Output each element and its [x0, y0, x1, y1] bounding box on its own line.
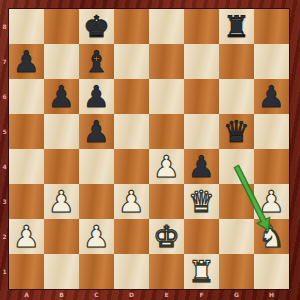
square-g5[interactable]: ♛ — [219, 114, 254, 149]
square-d3[interactable]: ♟ — [114, 184, 149, 219]
file-label-a: a — [9, 289, 44, 300]
rank-label-5: 5 — [0, 114, 9, 149]
piece-black-pawn[interactable]: ♟ — [13, 44, 40, 79]
piece-white-pawn[interactable]: ♟ — [118, 184, 145, 219]
square-b1[interactable] — [44, 254, 79, 289]
piece-black-king[interactable]: ♚ — [83, 9, 110, 44]
square-f3[interactable]: ♛ — [184, 184, 219, 219]
file-label-e: e — [149, 289, 184, 300]
square-a4[interactable] — [9, 149, 44, 184]
file-label-c: c — [79, 289, 114, 300]
square-d7[interactable] — [114, 44, 149, 79]
piece-black-pawn[interactable]: ♟ — [48, 79, 75, 114]
square-e6[interactable] — [149, 79, 184, 114]
piece-white-rook[interactable]: ♜ — [188, 254, 215, 289]
file-label-b: b — [44, 289, 79, 300]
square-e4[interactable]: ♟ — [149, 149, 184, 184]
piece-black-bishop[interactable]: ♝ — [83, 44, 110, 79]
square-f6[interactable] — [184, 79, 219, 114]
square-e2[interactable]: ♚ — [149, 219, 184, 254]
rank-label-8: 8 — [0, 9, 9, 44]
square-a3[interactable] — [9, 184, 44, 219]
square-b4[interactable] — [44, 149, 79, 184]
square-b6[interactable]: ♟ — [44, 79, 79, 114]
square-e8[interactable] — [149, 9, 184, 44]
square-f1[interactable]: ♜ — [184, 254, 219, 289]
square-b2[interactable] — [44, 219, 79, 254]
piece-black-pawn[interactable]: ♟ — [83, 79, 110, 114]
square-g1[interactable] — [219, 254, 254, 289]
file-label-d: d — [114, 289, 149, 300]
square-d8[interactable] — [114, 9, 149, 44]
square-h7[interactable] — [254, 44, 289, 79]
file-label-g: g — [219, 289, 254, 300]
rank-label-4: 4 — [0, 149, 9, 184]
square-a2[interactable]: ♟ — [9, 219, 44, 254]
square-g3[interactable] — [219, 184, 254, 219]
square-h1[interactable] — [254, 254, 289, 289]
piece-black-pawn[interactable]: ♟ — [258, 79, 285, 114]
square-h6[interactable]: ♟ — [254, 79, 289, 114]
square-g2[interactable] — [219, 219, 254, 254]
square-d6[interactable] — [114, 79, 149, 114]
chessboard-frame: ♚♜♟♝♟♟♟♟♛♟♟♟♟♛♟♟♟♚♞♜ 87654321abcdefgh — [0, 0, 300, 300]
piece-white-knight[interactable]: ♞ — [258, 219, 285, 254]
square-d5[interactable] — [114, 114, 149, 149]
square-f8[interactable] — [184, 9, 219, 44]
square-c8[interactable]: ♚ — [79, 9, 114, 44]
piece-black-queen[interactable]: ♛ — [223, 114, 250, 149]
square-c5[interactable]: ♟ — [79, 114, 114, 149]
square-a1[interactable] — [9, 254, 44, 289]
piece-black-rook[interactable]: ♜ — [223, 9, 250, 44]
square-a5[interactable] — [9, 114, 44, 149]
rank-label-1: 1 — [0, 254, 9, 289]
piece-white-pawn[interactable]: ♟ — [258, 184, 285, 219]
square-b7[interactable] — [44, 44, 79, 79]
square-e3[interactable] — [149, 184, 184, 219]
piece-white-pawn[interactable]: ♟ — [83, 219, 110, 254]
piece-white-pawn[interactable]: ♟ — [153, 149, 180, 184]
square-f7[interactable] — [184, 44, 219, 79]
square-h3[interactable]: ♟ — [254, 184, 289, 219]
square-h4[interactable] — [254, 149, 289, 184]
rank-label-2: 2 — [0, 219, 9, 254]
square-c4[interactable] — [79, 149, 114, 184]
square-b8[interactable] — [44, 9, 79, 44]
square-d2[interactable] — [114, 219, 149, 254]
square-g4[interactable] — [219, 149, 254, 184]
piece-black-pawn[interactable]: ♟ — [83, 114, 110, 149]
square-c6[interactable]: ♟ — [79, 79, 114, 114]
square-d1[interactable] — [114, 254, 149, 289]
square-a8[interactable] — [9, 9, 44, 44]
file-label-f: f — [184, 289, 219, 300]
square-d4[interactable] — [114, 149, 149, 184]
square-g8[interactable]: ♜ — [219, 9, 254, 44]
rank-label-3: 3 — [0, 184, 9, 219]
square-f5[interactable] — [184, 114, 219, 149]
square-e5[interactable] — [149, 114, 184, 149]
square-f2[interactable] — [184, 219, 219, 254]
square-a6[interactable] — [9, 79, 44, 114]
square-b3[interactable]: ♟ — [44, 184, 79, 219]
square-h8[interactable] — [254, 9, 289, 44]
square-e1[interactable] — [149, 254, 184, 289]
square-c7[interactable]: ♝ — [79, 44, 114, 79]
piece-white-queen[interactable]: ♛ — [188, 184, 215, 219]
square-c2[interactable]: ♟ — [79, 219, 114, 254]
rank-label-7: 7 — [0, 44, 9, 79]
square-g7[interactable] — [219, 44, 254, 79]
square-f4[interactable]: ♟ — [184, 149, 219, 184]
square-h2[interactable]: ♞ — [254, 219, 289, 254]
piece-white-pawn[interactable]: ♟ — [13, 219, 40, 254]
file-label-h: h — [254, 289, 289, 300]
square-e7[interactable] — [149, 44, 184, 79]
square-g6[interactable] — [219, 79, 254, 114]
chessboard: ♚♜♟♝♟♟♟♟♛♟♟♟♟♛♟♟♟♚♞♜ — [9, 9, 289, 289]
piece-white-pawn[interactable]: ♟ — [48, 184, 75, 219]
square-h5[interactable] — [254, 114, 289, 149]
square-c1[interactable] — [79, 254, 114, 289]
piece-black-pawn[interactable]: ♟ — [188, 149, 215, 184]
rank-label-6: 6 — [0, 79, 9, 114]
square-c3[interactable] — [79, 184, 114, 219]
square-b5[interactable] — [44, 114, 79, 149]
piece-white-king[interactable]: ♚ — [153, 219, 180, 254]
square-a7[interactable]: ♟ — [9, 44, 44, 79]
